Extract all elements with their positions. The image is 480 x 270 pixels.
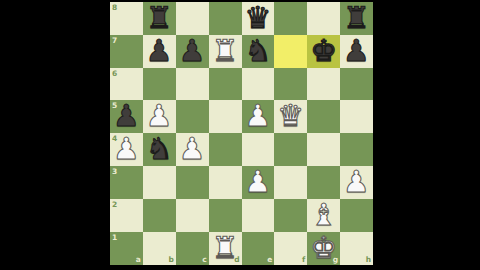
square-a2[interactable]: 2 — [110, 199, 143, 232]
square-c2[interactable] — [176, 199, 209, 232]
rank-label-7: 7 — [112, 37, 117, 45]
square-h4[interactable] — [340, 133, 373, 166]
square-d2[interactable] — [209, 199, 242, 232]
square-e3[interactable]: ♟ — [242, 166, 275, 199]
black-knight-icon[interactable]: ♞ — [244, 34, 271, 67]
white-pawn-icon[interactable]: ♟ — [244, 99, 271, 132]
square-c4[interactable]: ♟ — [176, 133, 209, 166]
rank-label-6: 6 — [112, 70, 117, 78]
square-f7[interactable] — [274, 35, 307, 68]
square-b1[interactable]: b — [143, 232, 176, 265]
square-g2[interactable]: ♝ — [307, 199, 340, 232]
chess-board: 8♜♛♜7♟♟♜♞♚♟65♟♟♟♛4♟♞♟3♟♟2♝1abcd♜efg♚h — [110, 2, 373, 265]
square-g3[interactable] — [307, 166, 340, 199]
square-f1[interactable]: f — [274, 232, 307, 265]
square-e5[interactable]: ♟ — [242, 100, 275, 133]
square-b5[interactable]: ♟ — [143, 100, 176, 133]
square-c1[interactable]: c — [176, 232, 209, 265]
square-f2[interactable] — [274, 199, 307, 232]
square-b8[interactable]: ♜ — [143, 2, 176, 35]
square-a7[interactable]: 7 — [110, 35, 143, 68]
square-a6[interactable]: 6 — [110, 68, 143, 100]
file-label-c: c — [202, 256, 206, 264]
square-e7[interactable]: ♞ — [242, 35, 275, 68]
square-b6[interactable] — [143, 68, 176, 100]
white-queen-icon[interactable]: ♛ — [277, 99, 304, 132]
black-knight-icon[interactable]: ♞ — [146, 132, 173, 165]
black-pawn-icon[interactable]: ♟ — [146, 34, 173, 67]
square-f3[interactable] — [274, 166, 307, 199]
square-f6[interactable] — [274, 68, 307, 100]
file-label-a: a — [136, 256, 141, 264]
white-rook-icon[interactable]: ♜ — [212, 231, 239, 264]
white-pawn-icon[interactable]: ♟ — [146, 99, 173, 132]
square-e2[interactable] — [242, 199, 275, 232]
black-rook-icon[interactable]: ♜ — [343, 1, 370, 34]
square-b3[interactable] — [143, 166, 176, 199]
black-pawn-icon[interactable]: ♟ — [343, 34, 370, 67]
black-pawn-icon[interactable]: ♟ — [113, 99, 140, 132]
square-d3[interactable] — [209, 166, 242, 199]
square-e8[interactable]: ♛ — [242, 2, 275, 35]
square-g7[interactable]: ♚ — [307, 35, 340, 68]
square-a4[interactable]: 4♟ — [110, 133, 143, 166]
square-a8[interactable]: 8 — [110, 2, 143, 35]
square-c3[interactable] — [176, 166, 209, 199]
black-king-icon[interactable]: ♚ — [310, 34, 337, 67]
file-label-b: b — [168, 256, 173, 264]
square-c5[interactable] — [176, 100, 209, 133]
black-pawn-icon[interactable]: ♟ — [179, 34, 206, 67]
square-d4[interactable] — [209, 133, 242, 166]
black-rook-icon[interactable]: ♜ — [146, 1, 173, 34]
square-b4[interactable]: ♞ — [143, 133, 176, 166]
rank-label-1: 1 — [112, 234, 117, 242]
square-d5[interactable] — [209, 100, 242, 133]
white-bishop-icon[interactable]: ♝ — [310, 198, 337, 231]
rank-label-2: 2 — [112, 201, 117, 209]
square-g1[interactable]: g♚ — [307, 232, 340, 265]
white-pawn-icon[interactable]: ♟ — [113, 132, 140, 165]
square-b7[interactable]: ♟ — [143, 35, 176, 68]
square-g4[interactable] — [307, 133, 340, 166]
square-a1[interactable]: 1a — [110, 232, 143, 265]
square-h5[interactable] — [340, 100, 373, 133]
square-g5[interactable] — [307, 100, 340, 133]
letterbox-background: 8♜♛♜7♟♟♜♞♚♟65♟♟♟♛4♟♞♟3♟♟2♝1abcd♜efg♚h — [0, 0, 480, 270]
square-d6[interactable] — [209, 68, 242, 100]
square-h8[interactable]: ♜ — [340, 2, 373, 35]
rank-label-8: 8 — [112, 4, 117, 12]
square-d1[interactable]: d♜ — [209, 232, 242, 265]
rank-label-3: 3 — [112, 168, 117, 176]
white-pawn-icon[interactable]: ♟ — [179, 132, 206, 165]
square-e1[interactable]: e — [242, 232, 275, 265]
square-h7[interactable]: ♟ — [340, 35, 373, 68]
square-a3[interactable]: 3 — [110, 166, 143, 199]
square-h6[interactable] — [340, 68, 373, 100]
square-c7[interactable]: ♟ — [176, 35, 209, 68]
square-d8[interactable] — [209, 2, 242, 35]
white-king-icon[interactable]: ♚ — [310, 231, 337, 264]
square-f5[interactable]: ♛ — [274, 100, 307, 133]
square-g6[interactable] — [307, 68, 340, 100]
file-label-f: f — [302, 256, 305, 264]
square-d7[interactable]: ♜ — [209, 35, 242, 68]
square-h3[interactable]: ♟ — [340, 166, 373, 199]
square-e6[interactable] — [242, 68, 275, 100]
square-f4[interactable] — [274, 133, 307, 166]
square-f8[interactable] — [274, 2, 307, 35]
square-c8[interactable] — [176, 2, 209, 35]
square-h1[interactable]: h — [340, 232, 373, 265]
file-label-e: e — [267, 256, 272, 264]
square-e4[interactable] — [242, 133, 275, 166]
square-a5[interactable]: 5♟ — [110, 100, 143, 133]
file-label-h: h — [366, 256, 371, 264]
white-pawn-icon[interactable]: ♟ — [343, 165, 370, 198]
white-pawn-icon[interactable]: ♟ — [244, 165, 271, 198]
square-h2[interactable] — [340, 199, 373, 232]
black-queen-icon[interactable]: ♛ — [244, 1, 271, 34]
square-b2[interactable] — [143, 199, 176, 232]
square-c6[interactable] — [176, 68, 209, 100]
white-rook-icon[interactable]: ♜ — [212, 34, 239, 67]
square-g8[interactable] — [307, 2, 340, 35]
